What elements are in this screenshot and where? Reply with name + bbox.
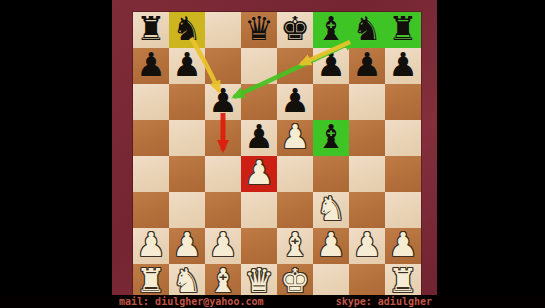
square-f4[interactable]: [313, 156, 349, 192]
square-d2[interactable]: [241, 228, 277, 264]
square-b3[interactable]: [169, 192, 205, 228]
white-pawn-b2: ♟: [172, 227, 202, 263]
black-pawn-d5: ♟: [244, 119, 274, 155]
white-pawn-d4: ♟: [244, 155, 274, 191]
black-rook-a8: ♜: [136, 11, 166, 47]
skype-text: skype: adiulgher: [336, 295, 432, 308]
square-g7[interactable]: ♟: [349, 48, 385, 84]
square-c7[interactable]: [205, 48, 241, 84]
square-a4[interactable]: [133, 156, 169, 192]
square-h7[interactable]: ♟: [385, 48, 421, 84]
square-h2[interactable]: ♟: [385, 228, 421, 264]
square-e8[interactable]: ♚: [277, 12, 313, 48]
contact-bar: mail: diulgher@yahoo.com skype: adiulghe…: [0, 295, 545, 308]
square-c4[interactable]: [205, 156, 241, 192]
square-g3[interactable]: [349, 192, 385, 228]
square-h4[interactable]: [385, 156, 421, 192]
square-f3[interactable]: ♞: [313, 192, 349, 228]
square-b2[interactable]: ♟: [169, 228, 205, 264]
square-b6[interactable]: [169, 84, 205, 120]
square-a8[interactable]: ♜: [133, 12, 169, 48]
black-pawn-g7: ♟: [352, 47, 382, 83]
square-g8[interactable]: ♞: [349, 12, 385, 48]
black-bishop-f5: ♝: [316, 119, 346, 155]
square-e2[interactable]: ♝: [277, 228, 313, 264]
square-d4[interactable]: ♟: [241, 156, 277, 192]
square-c3[interactable]: [205, 192, 241, 228]
square-d6[interactable]: [241, 84, 277, 120]
square-b4[interactable]: [169, 156, 205, 192]
square-a3[interactable]: [133, 192, 169, 228]
square-h3[interactable]: [385, 192, 421, 228]
white-knight-b1: ♞: [172, 263, 202, 299]
black-pawn-f7: ♟: [316, 47, 346, 83]
square-g2[interactable]: ♟: [349, 228, 385, 264]
square-b5[interactable]: [169, 120, 205, 156]
white-pawn-e5: ♟: [280, 119, 310, 155]
square-e6[interactable]: ♟: [277, 84, 313, 120]
black-pawn-h7: ♟: [388, 47, 418, 83]
square-g6[interactable]: [349, 84, 385, 120]
black-pawn-c6: ♟: [208, 83, 238, 119]
black-bishop-f8: ♝: [316, 11, 346, 47]
white-pawn-a2: ♟: [136, 227, 166, 263]
square-c2[interactable]: ♟: [205, 228, 241, 264]
square-g5[interactable]: [349, 120, 385, 156]
black-queen-d8: ♛: [244, 11, 274, 47]
square-a2[interactable]: ♟: [133, 228, 169, 264]
black-pawn-b7: ♟: [172, 47, 202, 83]
black-pawn-e6: ♟: [280, 83, 310, 119]
mail-text: mail: diulgher@yahoo.com: [119, 295, 264, 308]
white-rook-h1: ♜: [388, 263, 418, 299]
square-e7[interactable]: [277, 48, 313, 84]
chess-board: ♜♞♛♚♝♞♜♟♟♟♟♟♟♟♟♟♝♟♞♟♟♟♝♟♟♟♜♞♝♛♚♜: [133, 12, 421, 300]
square-f8[interactable]: ♝: [313, 12, 349, 48]
white-bishop-e2: ♝: [280, 227, 310, 263]
square-a7[interactable]: ♟: [133, 48, 169, 84]
square-b8[interactable]: ♞: [169, 12, 205, 48]
white-queen-d1: ♛: [244, 263, 274, 299]
square-d3[interactable]: [241, 192, 277, 228]
black-rook-h8: ♜: [388, 11, 418, 47]
square-f2[interactable]: ♟: [313, 228, 349, 264]
square-f6[interactable]: [313, 84, 349, 120]
square-c8[interactable]: [205, 12, 241, 48]
black-knight-g8: ♞: [352, 11, 382, 47]
square-d5[interactable]: ♟: [241, 120, 277, 156]
square-h8[interactable]: ♜: [385, 12, 421, 48]
white-rook-a1: ♜: [136, 263, 166, 299]
white-bishop-c1: ♝: [208, 263, 238, 299]
square-h5[interactable]: [385, 120, 421, 156]
square-f5[interactable]: ♝: [313, 120, 349, 156]
black-king-e8: ♚: [280, 11, 310, 47]
square-d7[interactable]: [241, 48, 277, 84]
square-c5[interactable]: [205, 120, 241, 156]
square-a6[interactable]: [133, 84, 169, 120]
square-a5[interactable]: [133, 120, 169, 156]
white-pawn-f2: ♟: [316, 227, 346, 263]
square-g4[interactable]: [349, 156, 385, 192]
white-king-e1: ♚: [280, 263, 310, 299]
square-f7[interactable]: ♟: [313, 48, 349, 84]
square-d8[interactable]: ♛: [241, 12, 277, 48]
white-knight-f3: ♞: [316, 191, 346, 227]
white-pawn-h2: ♟: [388, 227, 418, 263]
square-e3[interactable]: [277, 192, 313, 228]
white-pawn-g2: ♟: [352, 227, 382, 263]
square-e4[interactable]: [277, 156, 313, 192]
white-pawn-c2: ♟: [208, 227, 238, 263]
black-pawn-a7: ♟: [136, 47, 166, 83]
square-e5[interactable]: ♟: [277, 120, 313, 156]
square-c6[interactable]: ♟: [205, 84, 241, 120]
square-h6[interactable]: [385, 84, 421, 120]
black-knight-b8: ♞: [172, 11, 202, 47]
square-b7[interactable]: ♟: [169, 48, 205, 84]
video-frame: ♜♞♛♚♝♞♜♟♟♟♟♟♟♟♟♟♝♟♞♟♟♟♝♟♟♟♜♞♝♛♚♜ mail: d…: [0, 0, 545, 308]
